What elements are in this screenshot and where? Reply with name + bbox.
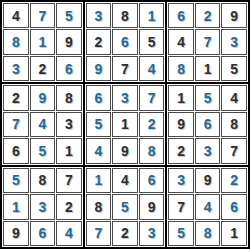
sudoku-cell-r2c2[interactable]: 1 bbox=[30, 29, 56, 54]
sudoku-cell-r9c8[interactable]: 8 bbox=[195, 221, 221, 246]
sudoku-cell-r2c6[interactable]: 5 bbox=[139, 29, 165, 54]
sudoku-cell-r4c1[interactable]: 2 bbox=[3, 85, 29, 110]
sudoku-cell-r8c9[interactable]: 6 bbox=[221, 194, 247, 219]
sudoku-board: 4758193263812659746294738152987436516375… bbox=[0, 0, 250, 249]
sudoku-cell-r2c8[interactable]: 7 bbox=[195, 29, 221, 54]
sudoku-cell-r4c2[interactable]: 9 bbox=[30, 85, 56, 110]
sudoku-cell-r7c1[interactable]: 5 bbox=[3, 168, 29, 193]
sudoku-cell-r6c9[interactable]: 7 bbox=[221, 138, 247, 163]
sudoku-cell-r2c4[interactable]: 2 bbox=[86, 29, 112, 54]
sudoku-block-5: 637512498 bbox=[85, 84, 166, 164]
sudoku-cell-r1c5[interactable]: 8 bbox=[112, 3, 138, 28]
sudoku-cell-r9c3[interactable]: 4 bbox=[56, 221, 82, 246]
sudoku-block-7: 587132964 bbox=[2, 167, 83, 247]
sudoku-cell-r3c8[interactable]: 1 bbox=[195, 56, 221, 81]
sudoku-cell-r9c6[interactable]: 3 bbox=[139, 221, 165, 246]
sudoku-cell-r6c4[interactable]: 4 bbox=[86, 138, 112, 163]
sudoku-cell-r2c1[interactable]: 8 bbox=[3, 29, 29, 54]
sudoku-cell-r9c2[interactable]: 6 bbox=[30, 221, 56, 246]
sudoku-cell-r4c3[interactable]: 8 bbox=[56, 85, 82, 110]
sudoku-block-6: 154968237 bbox=[167, 84, 248, 164]
sudoku-cell-r1c6[interactable]: 1 bbox=[139, 3, 165, 28]
sudoku-cell-r3c5[interactable]: 7 bbox=[112, 56, 138, 81]
sudoku-cell-r2c3[interactable]: 9 bbox=[56, 29, 82, 54]
sudoku-cell-r6c3[interactable]: 1 bbox=[56, 138, 82, 163]
sudoku-block-4: 298743651 bbox=[2, 84, 83, 164]
sudoku-cell-r4c8[interactable]: 5 bbox=[195, 85, 221, 110]
sudoku-cell-r5c9[interactable]: 8 bbox=[221, 112, 247, 137]
sudoku-cell-r7c8[interactable]: 9 bbox=[195, 168, 221, 193]
sudoku-cell-r1c3[interactable]: 5 bbox=[56, 3, 82, 28]
sudoku-cell-r8c1[interactable]: 1 bbox=[3, 194, 29, 219]
sudoku-cell-r8c7[interactable]: 7 bbox=[168, 194, 194, 219]
sudoku-cell-r8c3[interactable]: 2 bbox=[56, 194, 82, 219]
sudoku-cell-r7c9[interactable]: 2 bbox=[221, 168, 247, 193]
sudoku-cell-r1c7[interactable]: 6 bbox=[168, 3, 194, 28]
sudoku-cell-r6c8[interactable]: 3 bbox=[195, 138, 221, 163]
sudoku-cell-r6c2[interactable]: 5 bbox=[30, 138, 56, 163]
sudoku-cell-r5c1[interactable]: 7 bbox=[3, 112, 29, 137]
sudoku-cell-r5c7[interactable]: 9 bbox=[168, 112, 194, 137]
sudoku-cell-r5c5[interactable]: 1 bbox=[112, 112, 138, 137]
sudoku-cell-r3c6[interactable]: 4 bbox=[139, 56, 165, 81]
sudoku-cell-r8c5[interactable]: 5 bbox=[112, 194, 138, 219]
sudoku-block-2: 381265974 bbox=[85, 2, 166, 82]
sudoku-cell-r5c8[interactable]: 6 bbox=[195, 112, 221, 137]
sudoku-cell-r6c5[interactable]: 9 bbox=[112, 138, 138, 163]
sudoku-cell-r7c5[interactable]: 4 bbox=[112, 168, 138, 193]
sudoku-cell-r9c9[interactable]: 1 bbox=[221, 221, 247, 246]
sudoku-cell-r2c9[interactable]: 3 bbox=[221, 29, 247, 54]
sudoku-cell-r7c3[interactable]: 7 bbox=[56, 168, 82, 193]
sudoku-cell-r1c8[interactable]: 2 bbox=[195, 3, 221, 28]
sudoku-cell-r7c2[interactable]: 8 bbox=[30, 168, 56, 193]
sudoku-cell-r9c5[interactable]: 2 bbox=[112, 221, 138, 246]
sudoku-cell-r4c5[interactable]: 3 bbox=[112, 85, 138, 110]
sudoku-cell-r5c6[interactable]: 2 bbox=[139, 112, 165, 137]
sudoku-cell-r6c7[interactable]: 2 bbox=[168, 138, 194, 163]
sudoku-cell-r5c3[interactable]: 3 bbox=[56, 112, 82, 137]
sudoku-cell-r6c1[interactable]: 6 bbox=[3, 138, 29, 163]
sudoku-cell-r9c1[interactable]: 9 bbox=[3, 221, 29, 246]
sudoku-cell-r3c1[interactable]: 3 bbox=[3, 56, 29, 81]
sudoku-block-8: 146859723 bbox=[85, 167, 166, 247]
sudoku-cell-r8c2[interactable]: 3 bbox=[30, 194, 56, 219]
sudoku-block-1: 475819326 bbox=[2, 2, 83, 82]
sudoku-cell-r3c2[interactable]: 2 bbox=[30, 56, 56, 81]
sudoku-cell-r1c9[interactable]: 9 bbox=[221, 3, 247, 28]
sudoku-cell-r3c7[interactable]: 8 bbox=[168, 56, 194, 81]
sudoku-cell-r2c7[interactable]: 4 bbox=[168, 29, 194, 54]
sudoku-cell-r4c9[interactable]: 4 bbox=[221, 85, 247, 110]
sudoku-cell-r9c7[interactable]: 5 bbox=[168, 221, 194, 246]
sudoku-cell-r3c3[interactable]: 6 bbox=[56, 56, 82, 81]
sudoku-cell-r3c9[interactable]: 5 bbox=[221, 56, 247, 81]
sudoku-cell-r7c7[interactable]: 3 bbox=[168, 168, 194, 193]
sudoku-cell-r7c4[interactable]: 1 bbox=[86, 168, 112, 193]
sudoku-cell-r5c2[interactable]: 4 bbox=[30, 112, 56, 137]
sudoku-cell-r1c4[interactable]: 3 bbox=[86, 3, 112, 28]
sudoku-cell-r6c6[interactable]: 8 bbox=[139, 138, 165, 163]
sudoku-cell-r5c4[interactable]: 5 bbox=[86, 112, 112, 137]
sudoku-cell-r1c1[interactable]: 4 bbox=[3, 3, 29, 28]
sudoku-cell-r8c4[interactable]: 8 bbox=[86, 194, 112, 219]
sudoku-cell-r8c6[interactable]: 9 bbox=[139, 194, 165, 219]
sudoku-cell-r3c4[interactable]: 9 bbox=[86, 56, 112, 81]
sudoku-cell-r7c6[interactable]: 6 bbox=[139, 168, 165, 193]
sudoku-cell-r2c5[interactable]: 6 bbox=[112, 29, 138, 54]
sudoku-cell-r1c2[interactable]: 7 bbox=[30, 3, 56, 28]
sudoku-cell-r4c7[interactable]: 1 bbox=[168, 85, 194, 110]
sudoku-block-9: 392746581 bbox=[167, 167, 248, 247]
sudoku-cell-r9c4[interactable]: 7 bbox=[86, 221, 112, 246]
sudoku-cell-r4c4[interactable]: 6 bbox=[86, 85, 112, 110]
sudoku-cell-r4c6[interactable]: 7 bbox=[139, 85, 165, 110]
sudoku-block-3: 629473815 bbox=[167, 2, 248, 82]
sudoku-cell-r8c8[interactable]: 4 bbox=[195, 194, 221, 219]
